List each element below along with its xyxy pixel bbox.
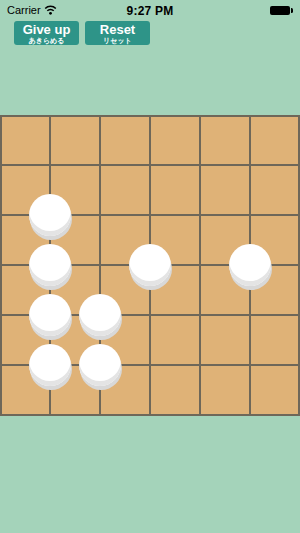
reset-sublabel: リセット	[103, 36, 132, 45]
white-stone	[229, 244, 271, 286]
give-up-label: Give up	[23, 23, 71, 36]
give-up-sublabel: あきらめる	[29, 36, 65, 45]
white-stone	[79, 344, 121, 386]
grid-line-horizontal	[0, 414, 300, 416]
white-stone	[29, 194, 71, 236]
white-stone	[29, 244, 71, 286]
grid-line-vertical	[298, 115, 300, 416]
status-bar: Carrier 9:27 PM	[0, 0, 300, 20]
reset-button[interactable]: Reset リセット	[85, 21, 150, 45]
toolbar: Give up あきらめる Reset リセット	[14, 21, 150, 45]
white-stone	[79, 294, 121, 336]
white-stone	[29, 344, 71, 386]
give-up-button[interactable]: Give up あきらめる	[14, 21, 79, 45]
reset-label: Reset	[100, 23, 135, 36]
clock: 9:27 PM	[0, 4, 300, 18]
grid-line-vertical	[199, 115, 201, 416]
app-screen: Carrier 9:27 PM Give up あきらめる Reset リセット	[0, 0, 300, 533]
white-stone	[129, 244, 171, 286]
game-board[interactable]	[0, 115, 300, 416]
battery-icon	[270, 6, 290, 15]
white-stone	[29, 294, 71, 336]
